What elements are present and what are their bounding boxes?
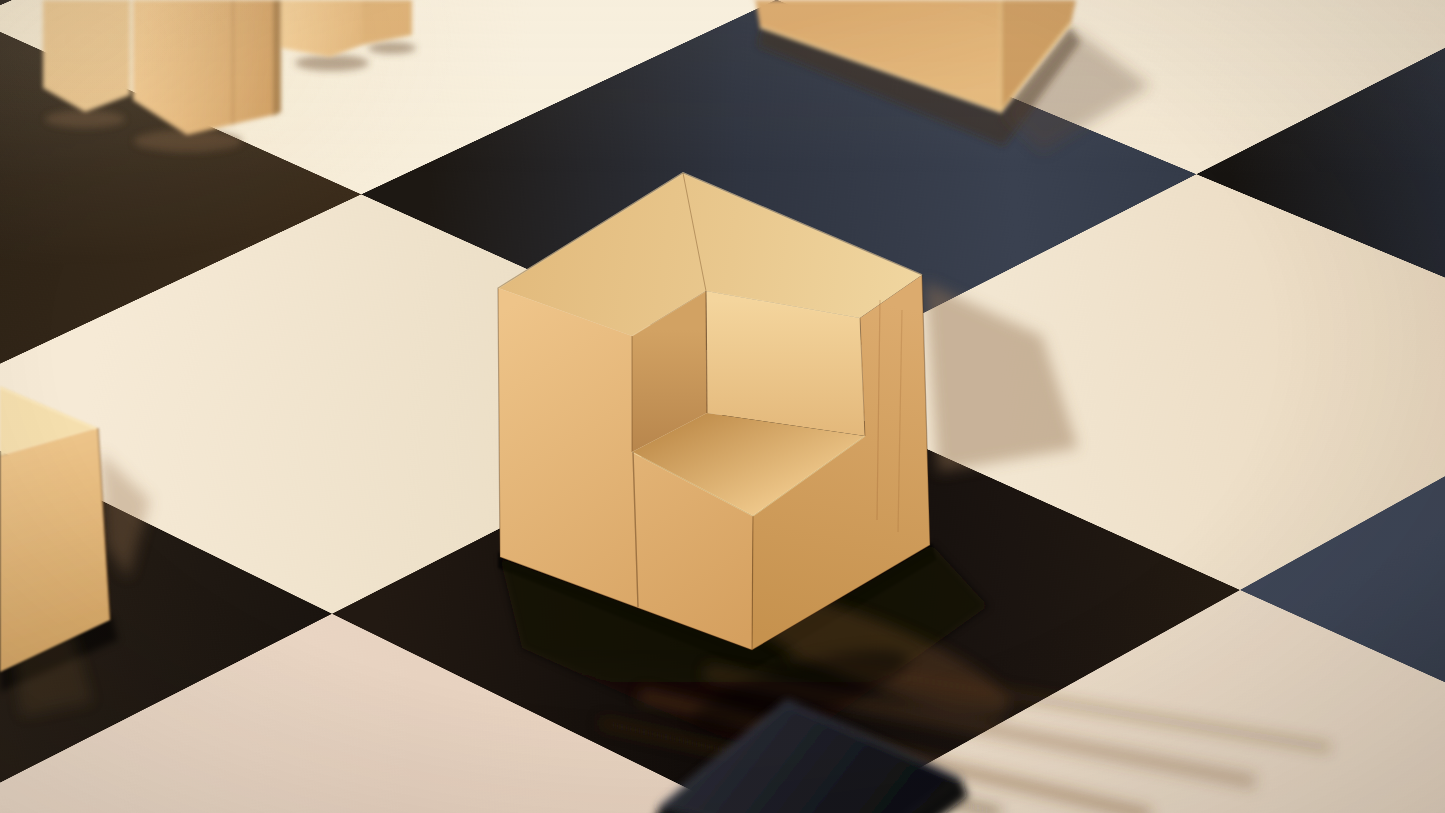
- pawn-shadow: [100, 452, 150, 578]
- bishop-column: [362, 0, 412, 45]
- bishop-column: [281, 0, 362, 57]
- bishop-column: [133, 0, 273, 135]
- knight-shadow: [925, 282, 1078, 472]
- bishop-slot: [273, 0, 281, 116]
- pieces-overlay: [0, 0, 1445, 813]
- photo-of-bauhaus-chess-board: [0, 0, 1445, 813]
- bishop-column: [43, 0, 130, 112]
- white-knight-piece[interactable]: [498, 173, 930, 650]
